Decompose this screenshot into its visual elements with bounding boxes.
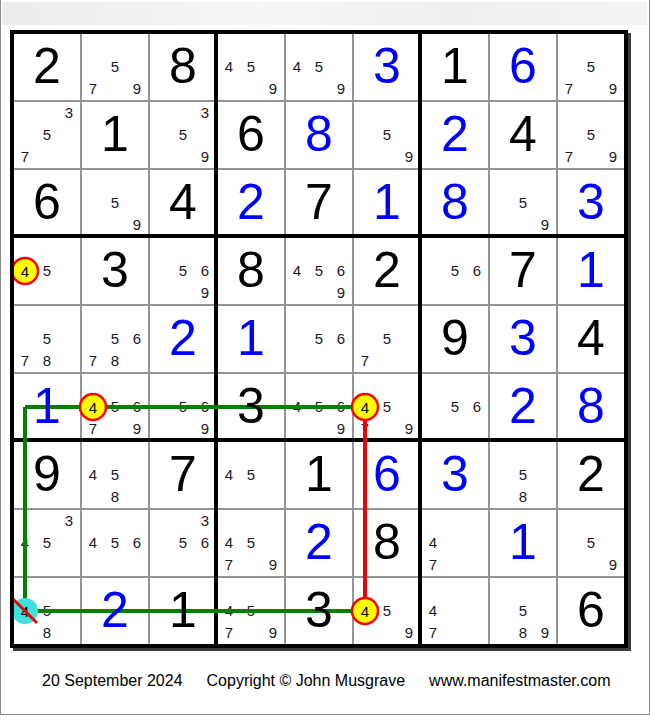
cell-r7c3[interactable]: 7 <box>150 442 216 508</box>
cell-r6c3[interactable]: 569 <box>150 374 216 440</box>
pencil-marks: 57 <box>354 306 420 372</box>
pencil-marks: 59 <box>82 170 148 236</box>
candidate-4: 4 <box>218 532 240 554</box>
candidate-5: 5 <box>104 328 126 350</box>
cell-r7c2[interactable]: 458 <box>82 442 148 508</box>
cell-r4c5[interactable]: 4569 <box>286 238 352 304</box>
pencil-marks: 459 <box>354 578 420 644</box>
cell-r9c4[interactable]: 4579 <box>218 578 284 644</box>
candidate-5: 5 <box>104 56 126 78</box>
cell-r2c3[interactable]: 359 <box>150 102 216 168</box>
pencil-marks: 458 <box>14 578 80 644</box>
solved-digit: 1 <box>558 238 624 304</box>
cell-r1c5[interactable]: 459 <box>286 34 352 100</box>
candidate-4: 4 <box>286 56 308 78</box>
pencil-marks: 4579 <box>354 374 420 440</box>
cell-r4c1[interactable]: 45 <box>14 238 80 304</box>
cell-r7c9[interactable]: 2 <box>558 442 624 508</box>
candidate-5: 5 <box>36 260 58 282</box>
candidate-5: 5 <box>580 56 602 78</box>
footer-website: www.manifestmaster.com <box>429 672 610 690</box>
candidate-5: 5 <box>172 124 194 146</box>
pencil-marks: 569 <box>150 374 216 440</box>
candidate-6: 6 <box>126 328 148 350</box>
pencil-marks: 459 <box>286 34 352 100</box>
candidate-5: 5 <box>376 124 398 146</box>
candidate-8: 8 <box>104 350 126 372</box>
candidate-5: 5 <box>240 600 262 622</box>
candidate-9: 9 <box>126 418 148 440</box>
candidate-7: 7 <box>218 554 240 576</box>
cell-r2c8[interactable]: 4 <box>490 102 556 168</box>
cell-r8c5[interactable]: 2 <box>286 510 352 576</box>
candidate-8: 8 <box>104 486 126 508</box>
cell-r6c9[interactable]: 8 <box>558 374 624 440</box>
candidate-5: 5 <box>104 532 126 554</box>
candidate-9: 9 <box>602 554 624 576</box>
candidate-9: 9 <box>262 554 284 576</box>
solved-digit: 3 <box>354 34 420 100</box>
candidate-5: 5 <box>512 600 534 622</box>
cell-r1c9[interactable]: 579 <box>558 34 624 100</box>
cell-r3c9[interactable]: 3 <box>558 170 624 236</box>
given-digit: 7 <box>490 238 556 304</box>
candidate-9: 9 <box>602 146 624 168</box>
footer: 20 September 2024 Copyright © John Musgr… <box>42 672 610 690</box>
cell-r4c8[interactable]: 7 <box>490 238 556 304</box>
candidate-5: 5 <box>444 396 466 418</box>
pencil-marks: 45 <box>218 442 284 508</box>
given-digit: 9 <box>14 442 80 508</box>
solved-digit: 2 <box>286 510 352 576</box>
cell-r8c1[interactable]: 345 <box>14 510 80 576</box>
cell-r9c6[interactable]: 459 <box>354 578 420 644</box>
cell-r2c4[interactable]: 6 <box>218 102 284 168</box>
cell-r3c6[interactable]: 1 <box>354 170 420 236</box>
candidate-5: 5 <box>240 464 262 486</box>
candidate-6: 6 <box>194 532 216 554</box>
candidate-5: 5 <box>104 464 126 486</box>
given-digit: 1 <box>286 442 352 508</box>
cell-r9c9[interactable]: 6 <box>558 578 624 644</box>
candidate-8: 8 <box>512 622 534 644</box>
cell-r3c5[interactable]: 7 <box>286 170 352 236</box>
cell-r8c9[interactable]: 59 <box>558 510 624 576</box>
pencil-marks: 459 <box>218 34 284 100</box>
solved-digit: 2 <box>218 170 284 236</box>
candidate-5: 5 <box>512 464 534 486</box>
candidate-4: 4 <box>14 532 36 554</box>
candidate-4: 4 <box>422 532 444 554</box>
cell-r3c7[interactable]: 8 <box>422 170 488 236</box>
cell-r8c4[interactable]: 4579 <box>218 510 284 576</box>
cell-r1c2[interactable]: 579 <box>82 34 148 100</box>
candidate-4: 4 <box>218 464 240 486</box>
candidate-5: 5 <box>36 124 58 146</box>
candidate-3: 3 <box>58 510 80 532</box>
cell-r9c8[interactable]: 589 <box>490 578 556 644</box>
cell-r1c1[interactable]: 2 <box>14 34 80 100</box>
candidate-5: 5 <box>376 600 398 622</box>
given-digit: 1 <box>422 34 488 100</box>
candidate-9: 9 <box>398 418 420 440</box>
cell-r8c3[interactable]: 356 <box>150 510 216 576</box>
cell-r9c1[interactable]: 458 <box>14 578 80 644</box>
candidate-7: 7 <box>354 418 376 440</box>
candidate-9: 9 <box>126 78 148 100</box>
candidate-5: 5 <box>308 328 330 350</box>
candidate-9: 9 <box>194 146 216 168</box>
cell-r8c2[interactable]: 456 <box>82 510 148 576</box>
candidate-3: 3 <box>194 510 216 532</box>
cell-r7c1[interactable]: 9 <box>14 442 80 508</box>
candidate-4: 4 <box>82 464 104 486</box>
cell-r9c7[interactable]: 47 <box>422 578 488 644</box>
footer-date: 20 September 2024 <box>42 672 183 690</box>
solved-digit: 2 <box>422 102 488 168</box>
pencil-marks: 4569 <box>286 374 352 440</box>
solved-digit: 2 <box>150 306 216 372</box>
candidate-9: 9 <box>194 418 216 440</box>
pencil-marks: 56 <box>422 238 488 304</box>
cell-r1c4[interactable]: 459 <box>218 34 284 100</box>
cell-r9c2[interactable]: 2 <box>82 578 148 644</box>
cell-r6c8[interactable]: 2 <box>490 374 556 440</box>
pencil-marks: 345 <box>14 510 80 576</box>
cell-r8c7[interactable]: 47 <box>422 510 488 576</box>
candidate-3: 3 <box>58 102 80 124</box>
given-digit: 8 <box>150 34 216 100</box>
candidate-4: 4 <box>14 260 36 282</box>
sudoku-board: 2579845945931657935713596859245796594271… <box>10 30 628 648</box>
cell-r3c4[interactable]: 2 <box>218 170 284 236</box>
candidate-5: 5 <box>512 192 534 214</box>
pencil-marks: 356 <box>150 510 216 576</box>
cell-r5c8[interactable]: 3 <box>490 306 556 372</box>
cell-r7c7[interactable]: 3 <box>422 442 488 508</box>
cell-r7c5[interactable]: 1 <box>286 442 352 508</box>
candidate-7: 7 <box>422 622 444 644</box>
candidate-5: 5 <box>36 600 58 622</box>
candidate-8: 8 <box>36 350 58 372</box>
candidate-4: 4 <box>218 56 240 78</box>
candidate-7: 7 <box>558 78 580 100</box>
solved-digit: 8 <box>422 170 488 236</box>
candidate-9: 9 <box>194 282 216 304</box>
pencil-marks: 579 <box>558 102 624 168</box>
given-digit: 8 <box>218 238 284 304</box>
candidate-7: 7 <box>218 622 240 644</box>
pencil-marks: 579 <box>558 34 624 100</box>
candidate-9: 9 <box>262 622 284 644</box>
solved-digit: 3 <box>422 442 488 508</box>
cell-r8c6[interactable]: 8 <box>354 510 420 576</box>
given-digit: 8 <box>354 510 420 576</box>
cell-r6c7[interactable]: 56 <box>422 374 488 440</box>
pencil-marks: 4569 <box>286 238 352 304</box>
candidate-5: 5 <box>240 532 262 554</box>
pencil-marks: 578 <box>14 306 80 372</box>
cell-r7c8[interactable]: 58 <box>490 442 556 508</box>
given-digit: 7 <box>150 442 216 508</box>
pencil-marks: 47 <box>422 578 488 644</box>
pencil-marks: 45679 <box>82 374 148 440</box>
candidate-9: 9 <box>534 622 556 644</box>
candidate-8: 8 <box>512 486 534 508</box>
cell-r6c6[interactable]: 4579 <box>354 374 420 440</box>
candidate-6: 6 <box>194 396 216 418</box>
cell-r3c8[interactable]: 59 <box>490 170 556 236</box>
candidate-5: 5 <box>172 260 194 282</box>
candidate-5: 5 <box>240 56 262 78</box>
candidate-5: 5 <box>580 124 602 146</box>
solved-digit: 1 <box>354 170 420 236</box>
given-digit: 6 <box>14 170 80 236</box>
given-digit: 6 <box>558 578 624 644</box>
given-digit: 3 <box>286 578 352 644</box>
cell-r6c5[interactable]: 4569 <box>286 374 352 440</box>
pencil-marks: 579 <box>82 34 148 100</box>
pencil-marks: 357 <box>14 102 80 168</box>
candidate-4: 4 <box>354 396 376 418</box>
given-digit: 2 <box>14 34 80 100</box>
candidate-7: 7 <box>14 350 36 372</box>
candidate-9: 9 <box>262 78 284 100</box>
candidate-7: 7 <box>354 350 376 372</box>
cell-r5c7[interactable]: 9 <box>422 306 488 372</box>
cell-r4c6[interactable]: 2 <box>354 238 420 304</box>
solved-digit: 3 <box>558 170 624 236</box>
candidate-6: 6 <box>330 328 352 350</box>
pencil-marks: 45 <box>14 238 80 304</box>
cell-r3c2[interactable]: 59 <box>82 170 148 236</box>
candidate-5: 5 <box>308 260 330 282</box>
given-digit: 2 <box>558 442 624 508</box>
cell-r5c1[interactable]: 578 <box>14 306 80 372</box>
solved-digit: 6 <box>354 442 420 508</box>
pencil-marks: 359 <box>150 102 216 168</box>
candidate-9: 9 <box>398 146 420 168</box>
candidate-4: 4 <box>354 600 376 622</box>
candidate-9: 9 <box>330 418 352 440</box>
pencil-marks: 589 <box>490 578 556 644</box>
cell-r5c6[interactable]: 57 <box>354 306 420 372</box>
given-digit: 9 <box>422 306 488 372</box>
candidate-6: 6 <box>466 260 488 282</box>
candidate-5: 5 <box>36 532 58 554</box>
given-digit: 7 <box>286 170 352 236</box>
cell-r3c1[interactable]: 6 <box>14 170 80 236</box>
candidate-7: 7 <box>422 554 444 576</box>
solved-digit: 1 <box>14 374 80 440</box>
candidate-7: 7 <box>14 146 36 168</box>
cell-r5c2[interactable]: 5678 <box>82 306 148 372</box>
cell-r5c5[interactable]: 56 <box>286 306 352 372</box>
candidate-9: 9 <box>126 214 148 236</box>
cell-r6c1[interactable]: 1 <box>14 374 80 440</box>
given-digit: 1 <box>82 102 148 168</box>
pencil-marks: 59 <box>354 102 420 168</box>
candidate-7: 7 <box>82 78 104 100</box>
candidate-7: 7 <box>558 146 580 168</box>
candidate-4: 4 <box>82 532 104 554</box>
given-digit: 2 <box>354 238 420 304</box>
cell-r2c7[interactable]: 2 <box>422 102 488 168</box>
cell-r9c5[interactable]: 3 <box>286 578 352 644</box>
solved-digit: 1 <box>218 306 284 372</box>
candidate-7: 7 <box>82 418 104 440</box>
pencil-marks: 56 <box>422 374 488 440</box>
candidate-9: 9 <box>330 282 352 304</box>
cell-r1c6[interactable]: 3 <box>354 34 420 100</box>
candidate-5: 5 <box>376 328 398 350</box>
cell-r5c4[interactable]: 1 <box>218 306 284 372</box>
cell-r4c2[interactable]: 3 <box>82 238 148 304</box>
footer-copyright: Copyright © John Musgrave <box>207 672 406 690</box>
pencil-marks: 58 <box>490 442 556 508</box>
pencil-marks: 458 <box>82 442 148 508</box>
candidate-4: 4 <box>422 600 444 622</box>
candidate-4: 4 <box>218 600 240 622</box>
cell-r4c4[interactable]: 8 <box>218 238 284 304</box>
cell-r6c4[interactable]: 3 <box>218 374 284 440</box>
candidate-6: 6 <box>330 396 352 418</box>
cell-r3c3[interactable]: 4 <box>150 170 216 236</box>
pencil-marks: 569 <box>150 238 216 304</box>
solved-digit: 3 <box>490 306 556 372</box>
cell-r4c7[interactable]: 56 <box>422 238 488 304</box>
cell-r1c7[interactable]: 1 <box>422 34 488 100</box>
title-bar <box>2 2 647 25</box>
cell-r7c4[interactable]: 45 <box>218 442 284 508</box>
candidate-4: 4 <box>286 260 308 282</box>
candidate-9: 9 <box>398 622 420 644</box>
cell-r2c5[interactable]: 8 <box>286 102 352 168</box>
pencil-marks: 59 <box>490 170 556 236</box>
candidate-7: 7 <box>82 350 104 372</box>
candidate-5: 5 <box>444 260 466 282</box>
board-cells: 2579845945931657935713596859245796594271… <box>14 34 624 644</box>
cell-r9c3[interactable]: 1 <box>150 578 216 644</box>
cell-r2c2[interactable]: 1 <box>82 102 148 168</box>
pencil-marks: 56 <box>286 306 352 372</box>
pencil-marks: 59 <box>558 510 624 576</box>
cell-r4c9[interactable]: 1 <box>558 238 624 304</box>
candidate-9: 9 <box>534 214 556 236</box>
pencil-marks: 4579 <box>218 578 284 644</box>
solved-digit: 6 <box>490 34 556 100</box>
solved-digit: 2 <box>82 578 148 644</box>
given-digit: 4 <box>490 102 556 168</box>
given-digit: 4 <box>150 170 216 236</box>
given-digit: 1 <box>150 578 216 644</box>
candidate-9: 9 <box>330 78 352 100</box>
candidate-5: 5 <box>36 328 58 350</box>
cell-r1c3[interactable]: 8 <box>150 34 216 100</box>
cell-r2c6[interactable]: 59 <box>354 102 420 168</box>
candidate-5: 5 <box>376 396 398 418</box>
given-digit: 4 <box>558 306 624 372</box>
candidate-5: 5 <box>308 56 330 78</box>
pencil-marks: 456 <box>82 510 148 576</box>
candidate-5: 5 <box>308 396 330 418</box>
cell-r5c3[interactable]: 2 <box>150 306 216 372</box>
candidate-6: 6 <box>194 260 216 282</box>
candidate-3: 3 <box>194 102 216 124</box>
solved-digit: 1 <box>490 510 556 576</box>
cell-r2c9[interactable]: 579 <box>558 102 624 168</box>
cell-r6c2[interactable]: 45679 <box>82 374 148 440</box>
candidate-6: 6 <box>126 396 148 418</box>
solved-digit: 8 <box>558 374 624 440</box>
pencil-marks: 5678 <box>82 306 148 372</box>
candidate-9: 9 <box>602 78 624 100</box>
given-digit: 3 <box>218 374 284 440</box>
solved-digit: 8 <box>286 102 352 168</box>
candidate-4: 4 <box>286 396 308 418</box>
candidate-8: 8 <box>36 622 58 644</box>
cell-r8c8[interactable]: 1 <box>490 510 556 576</box>
candidate-6: 6 <box>466 396 488 418</box>
given-digit: 3 <box>82 238 148 304</box>
candidate-5: 5 <box>104 192 126 214</box>
cell-r7c6[interactable]: 6 <box>354 442 420 508</box>
candidate-4: 4 <box>82 396 104 418</box>
cell-r4c3[interactable]: 569 <box>150 238 216 304</box>
solved-digit: 2 <box>490 374 556 440</box>
cell-r2c1[interactable]: 357 <box>14 102 80 168</box>
candidate-5: 5 <box>104 396 126 418</box>
candidate-5: 5 <box>172 396 194 418</box>
cell-r5c9[interactable]: 4 <box>558 306 624 372</box>
pencil-marks: 4579 <box>218 510 284 576</box>
candidate-6: 6 <box>330 260 352 282</box>
pencil-marks: 47 <box>422 510 488 576</box>
candidate-5: 5 <box>172 532 194 554</box>
candidate-4: 4 <box>14 600 36 622</box>
given-digit: 6 <box>218 102 284 168</box>
candidate-6: 6 <box>126 532 148 554</box>
candidate-5: 5 <box>580 532 602 554</box>
cell-r1c8[interactable]: 6 <box>490 34 556 100</box>
